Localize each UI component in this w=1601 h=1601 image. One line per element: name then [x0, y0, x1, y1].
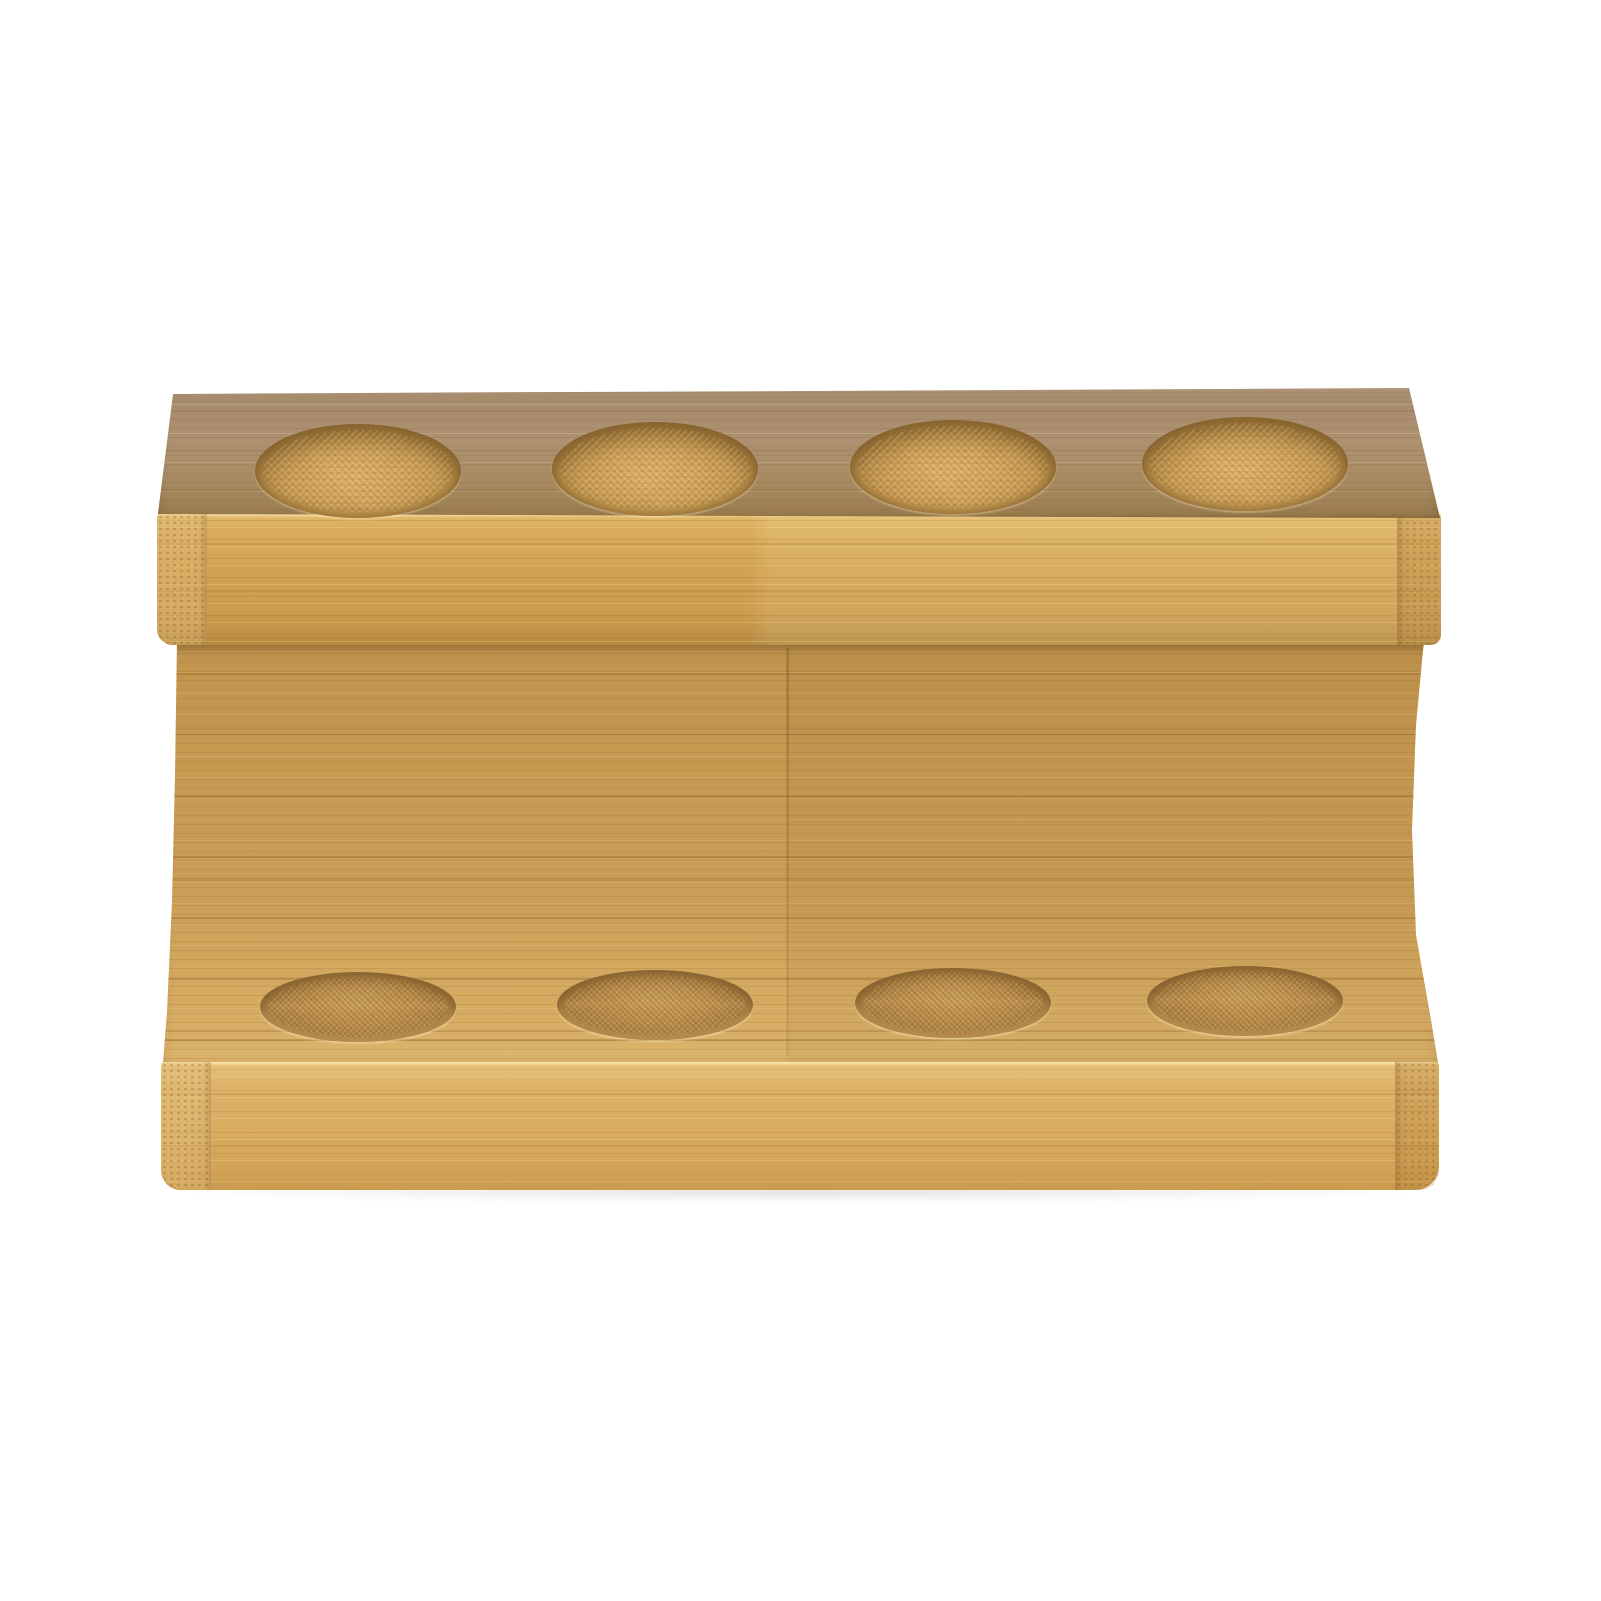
bottom-shelf-right-end-grain — [1395, 1062, 1439, 1190]
top-shelf-hole-1 — [255, 424, 461, 518]
bottom-shelf-recess-4 — [1147, 966, 1343, 1036]
top-shelf-left-end-grain — [157, 514, 207, 645]
bamboo-stand — [0, 0, 1601, 1601]
bottom-shelf-front-face — [161, 1062, 1439, 1190]
bottom-shelf-recess-1 — [260, 972, 456, 1042]
top-shelf-right-end-grain — [1397, 514, 1441, 645]
top-shelf-hole-4 — [1142, 417, 1348, 511]
top-shelf-front-face — [157, 514, 1441, 645]
top-shelf-hole-3 — [850, 420, 1056, 514]
bottom-shelf-recess-3 — [855, 968, 1051, 1038]
top-shelf-hole-2 — [552, 422, 758, 516]
product-photo — [0, 0, 1601, 1601]
bottom-shelf-left-end-grain — [161, 1062, 211, 1190]
plank-seam — [786, 648, 789, 1056]
bottom-shelf-recess-2 — [557, 970, 753, 1040]
